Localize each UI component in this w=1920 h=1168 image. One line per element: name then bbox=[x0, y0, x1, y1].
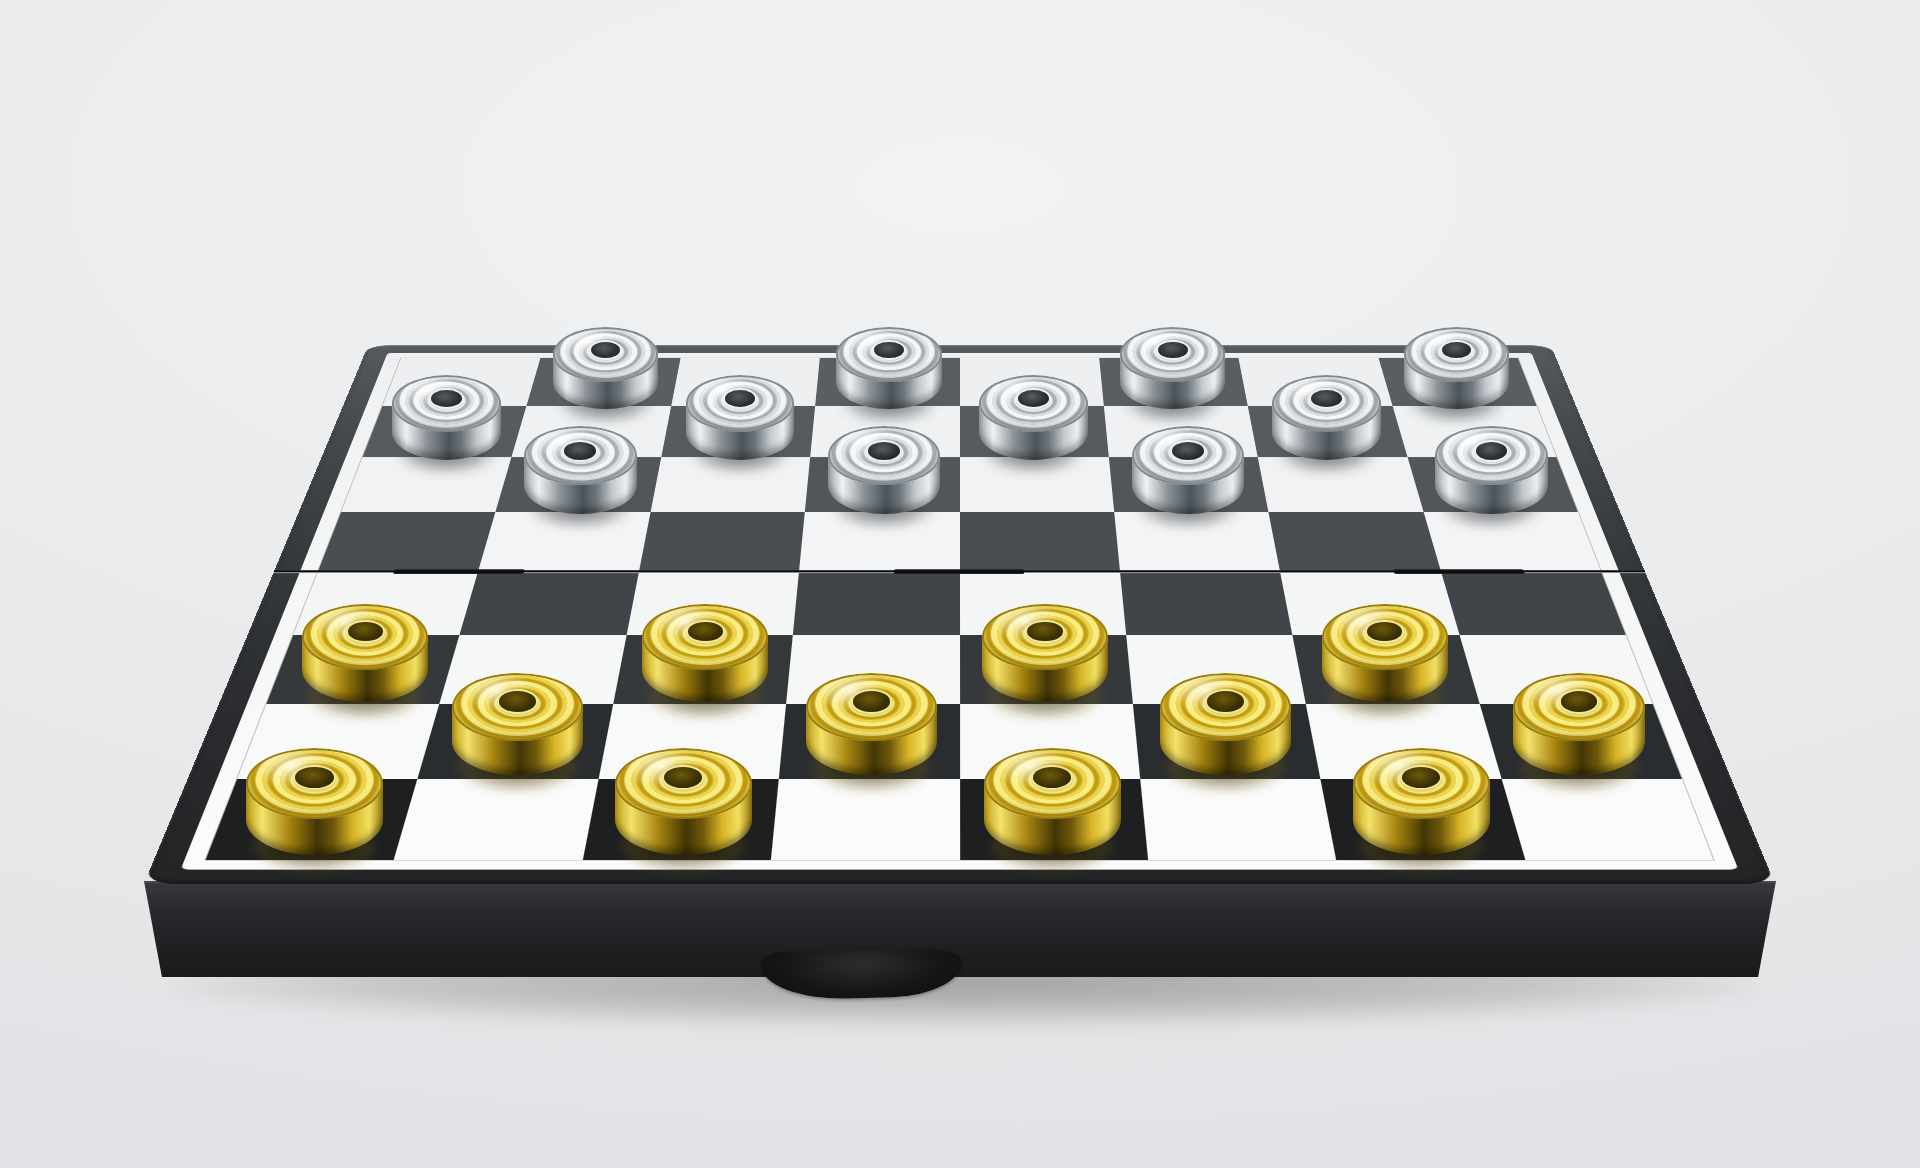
silver-piece-center-hole bbox=[1172, 442, 1204, 460]
square-d4[interactable] bbox=[793, 572, 960, 636]
square-h4[interactable] bbox=[1441, 572, 1626, 636]
piece-gold-d2[interactable]: ⛃ bbox=[806, 673, 937, 830]
piece-silver-d6[interactable]: ⛀ bbox=[828, 426, 941, 561]
piece-silver-b6[interactable]: ⛀ bbox=[524, 426, 637, 561]
piece-gold-f2[interactable]: ⛃ bbox=[1160, 673, 1291, 830]
gold-piece-center-hole bbox=[664, 767, 702, 788]
piece-silver-f6[interactable]: ⛀ bbox=[1132, 426, 1245, 561]
gold-piece-center-hole bbox=[348, 622, 383, 642]
piece-gold-e1[interactable]: ⛃ bbox=[984, 748, 1121, 912]
piece-gold-c3[interactable]: ⛃ bbox=[642, 604, 768, 755]
gold-piece-center-hole bbox=[295, 767, 333, 788]
piece-gold-g1[interactable]: ⛃ bbox=[1353, 748, 1490, 912]
piece-gold-e3[interactable]: ⛃ bbox=[982, 604, 1108, 755]
hinge-knuckle-center bbox=[894, 569, 1024, 574]
silver-piece-center-hole bbox=[1476, 442, 1508, 460]
hinge-knuckle-right bbox=[1393, 569, 1524, 574]
piece-silver-a7[interactable]: ⛀ bbox=[392, 375, 501, 505]
piece-gold-g3[interactable]: ⛃ bbox=[1322, 604, 1448, 755]
gold-piece-center-hole bbox=[1402, 767, 1440, 788]
gold-piece-center-hole bbox=[1561, 691, 1598, 711]
photo-backdrop: ⛀⛀⛀⛀⛀⛀⛀⛀⛀⛀⛀⛀⛃⛃⛃⛃⛃⛃⛃⛃⛃⛃⛃⛃ bbox=[0, 0, 1920, 1168]
piece-gold-a3[interactable]: ⛃ bbox=[302, 604, 428, 755]
square-g5[interactable] bbox=[1269, 512, 1441, 571]
piece-gold-h2[interactable]: ⛃ bbox=[1513, 673, 1644, 830]
silver-piece-center-hole bbox=[1442, 342, 1471, 358]
square-f4[interactable] bbox=[1120, 572, 1293, 636]
silver-piece-center-hole bbox=[874, 342, 903, 358]
silver-piece-center-hole bbox=[725, 390, 755, 407]
silver-piece-center-hole bbox=[1018, 390, 1048, 407]
gold-piece-center-hole bbox=[853, 691, 890, 711]
gold-piece-center-hole bbox=[1033, 767, 1071, 788]
square-a5[interactable] bbox=[318, 512, 496, 571]
square-b4[interactable] bbox=[460, 572, 639, 636]
hinge-knuckle-left bbox=[393, 569, 524, 574]
gold-piece-center-hole bbox=[1207, 691, 1244, 711]
silver-piece-center-hole bbox=[431, 390, 461, 407]
piece-silver-e7[interactable]: ⛀ bbox=[979, 375, 1088, 505]
gold-piece-center-hole bbox=[1027, 622, 1062, 642]
piece-gold-b2[interactable]: ⛃ bbox=[452, 673, 583, 830]
piece-silver-c7[interactable]: ⛀ bbox=[686, 375, 795, 505]
square-c5[interactable] bbox=[639, 512, 805, 571]
silver-piece-center-hole bbox=[591, 342, 620, 358]
gold-piece-center-hole bbox=[499, 691, 536, 711]
gold-piece-center-hole bbox=[1367, 622, 1402, 642]
piece-gold-a1[interactable]: ⛃ bbox=[246, 748, 383, 912]
gold-piece-center-hole bbox=[688, 622, 723, 642]
silver-piece-center-hole bbox=[868, 442, 900, 460]
silver-piece-center-hole bbox=[1158, 342, 1187, 358]
silver-piece-center-hole bbox=[564, 442, 596, 460]
piece-silver-h6[interactable]: ⛀ bbox=[1435, 426, 1548, 561]
piece-gold-c1[interactable]: ⛃ bbox=[615, 748, 752, 912]
square-e5[interactable] bbox=[960, 512, 1120, 571]
piece-silver-g7[interactable]: ⛀ bbox=[1272, 375, 1381, 505]
silver-piece-center-hole bbox=[1311, 390, 1341, 407]
